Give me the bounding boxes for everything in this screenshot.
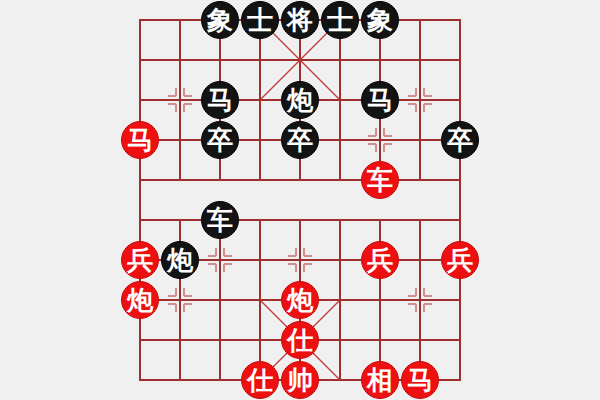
red-horse[interactable]: 马 [121, 121, 159, 159]
black-soldier-glyph: 卒 [447, 127, 473, 153]
red-advisor[interactable]: 仕 [281, 321, 319, 359]
red-soldier-glyph: 兵 [367, 247, 393, 273]
black-soldier[interactable]: 卒 [281, 121, 319, 159]
red-chariot[interactable]: 车 [361, 161, 399, 199]
red-soldier-glyph: 兵 [447, 247, 473, 273]
black-soldier[interactable]: 卒 [441, 121, 479, 159]
black-chariot-glyph: 车 [207, 207, 233, 233]
black-cannon-glyph: 炮 [287, 87, 313, 113]
black-general-glyph: 将 [287, 7, 313, 33]
red-soldier[interactable]: 兵 [441, 241, 479, 279]
red-elephant[interactable]: 相 [361, 361, 399, 399]
red-elephant-glyph: 相 [367, 367, 393, 393]
red-advisor-glyph: 仕 [247, 367, 273, 393]
red-horse[interactable]: 马 [401, 361, 439, 399]
black-horse-glyph: 马 [367, 87, 393, 113]
black-elephant[interactable]: 象 [201, 1, 239, 39]
red-horse-glyph: 马 [407, 367, 433, 393]
black-elephant-glyph: 象 [367, 7, 393, 33]
red-soldier[interactable]: 兵 [361, 241, 399, 279]
red-advisor-glyph: 仕 [287, 327, 313, 353]
red-general[interactable]: 帅 [281, 361, 319, 399]
black-horse-glyph: 马 [207, 87, 233, 113]
black-general[interactable]: 将 [281, 1, 319, 39]
black-advisor[interactable]: 士 [241, 1, 279, 39]
red-advisor[interactable]: 仕 [241, 361, 279, 399]
black-cannon-glyph: 炮 [167, 247, 193, 273]
black-cannon[interactable]: 炮 [281, 81, 319, 119]
black-soldier-glyph: 卒 [287, 127, 313, 153]
black-chariot[interactable]: 车 [201, 201, 239, 239]
red-chariot-glyph: 车 [367, 167, 393, 193]
xiangqi-board[interactable]: 象士将士象马炮马卒卒卒车炮马车兵兵兵炮炮仕仕帅相马 [0, 0, 600, 400]
black-soldier[interactable]: 卒 [201, 121, 239, 159]
black-soldier-glyph: 卒 [207, 127, 233, 153]
red-soldier-glyph: 兵 [127, 247, 153, 273]
red-soldier[interactable]: 兵 [121, 241, 159, 279]
red-cannon[interactable]: 炮 [281, 281, 319, 319]
black-advisor-glyph: 士 [327, 7, 353, 33]
red-cannon-glyph: 炮 [127, 287, 153, 313]
black-horse[interactable]: 马 [361, 81, 399, 119]
black-advisor[interactable]: 士 [321, 1, 359, 39]
black-horse[interactable]: 马 [201, 81, 239, 119]
black-elephant[interactable]: 象 [361, 1, 399, 39]
red-horse-glyph: 马 [127, 127, 153, 153]
red-cannon[interactable]: 炮 [121, 281, 159, 319]
red-general-glyph: 帅 [287, 367, 313, 393]
black-cannon[interactable]: 炮 [161, 241, 199, 279]
black-advisor-glyph: 士 [247, 7, 273, 33]
red-cannon-glyph: 炮 [287, 287, 313, 313]
black-elephant-glyph: 象 [207, 7, 233, 33]
